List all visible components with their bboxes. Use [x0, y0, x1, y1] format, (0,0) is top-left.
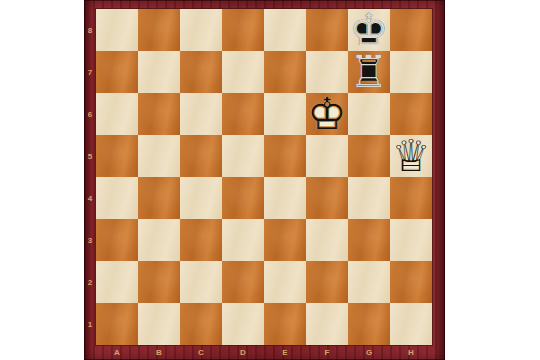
square-c4[interactable]	[180, 177, 222, 219]
square-b8[interactable]	[138, 9, 180, 51]
square-a7[interactable]	[96, 51, 138, 93]
page: ♚♔♜♖♚♔♛♕ 87654321 ABCDEFGH	[0, 0, 540, 360]
file-label-d: D	[222, 345, 264, 360]
rank-label-8: 8	[84, 9, 96, 51]
rank-label-4: 4	[84, 177, 96, 219]
square-c5[interactable]	[180, 135, 222, 177]
square-h8[interactable]	[390, 9, 432, 51]
square-b6[interactable]	[138, 93, 180, 135]
square-d6[interactable]	[222, 93, 264, 135]
square-g1[interactable]	[348, 303, 390, 345]
square-e5[interactable]	[264, 135, 306, 177]
square-e6[interactable]	[264, 93, 306, 135]
square-h5[interactable]: ♛♕	[390, 135, 432, 177]
square-c2[interactable]	[180, 261, 222, 303]
square-f5[interactable]	[306, 135, 348, 177]
rank-label-2: 2	[84, 261, 96, 303]
square-d3[interactable]	[222, 219, 264, 261]
square-f6[interactable]: ♚♔	[306, 93, 348, 135]
square-c7[interactable]	[180, 51, 222, 93]
square-c1[interactable]	[180, 303, 222, 345]
piece-outline-glyph: ♔	[306, 93, 348, 135]
square-a1[interactable]	[96, 303, 138, 345]
square-h7[interactable]	[390, 51, 432, 93]
square-c3[interactable]	[180, 219, 222, 261]
square-a3[interactable]	[96, 219, 138, 261]
rank-label-1: 1	[84, 303, 96, 345]
board-grid: ♚♔♜♖♚♔♛♕	[96, 9, 432, 345]
file-label-h: H	[390, 345, 432, 360]
square-h2[interactable]	[390, 261, 432, 303]
square-d7[interactable]	[222, 51, 264, 93]
file-label-g: G	[348, 345, 390, 360]
square-a8[interactable]	[96, 9, 138, 51]
square-f8[interactable]	[306, 9, 348, 51]
square-b5[interactable]	[138, 135, 180, 177]
square-g3[interactable]	[348, 219, 390, 261]
square-h3[interactable]	[390, 219, 432, 261]
square-g5[interactable]	[348, 135, 390, 177]
square-d1[interactable]	[222, 303, 264, 345]
piece-outline-glyph: ♔	[348, 9, 390, 51]
square-a2[interactable]	[96, 261, 138, 303]
file-label-a: A	[96, 345, 138, 360]
square-b3[interactable]	[138, 219, 180, 261]
chess-board: ♚♔♜♖♚♔♛♕ 87654321 ABCDEFGH	[84, 0, 445, 360]
square-b1[interactable]	[138, 303, 180, 345]
black-rook: ♜♖	[348, 51, 390, 93]
square-b7[interactable]	[138, 51, 180, 93]
rank-label-7: 7	[84, 51, 96, 93]
square-f4[interactable]	[306, 177, 348, 219]
square-e1[interactable]	[264, 303, 306, 345]
square-e2[interactable]	[264, 261, 306, 303]
square-e7[interactable]	[264, 51, 306, 93]
square-h6[interactable]	[390, 93, 432, 135]
square-g2[interactable]	[348, 261, 390, 303]
rank-label-3: 3	[84, 219, 96, 261]
square-a6[interactable]	[96, 93, 138, 135]
square-e4[interactable]	[264, 177, 306, 219]
square-f2[interactable]	[306, 261, 348, 303]
white-queen: ♛♕	[390, 135, 432, 177]
square-f7[interactable]	[306, 51, 348, 93]
square-f3[interactable]	[306, 219, 348, 261]
square-d2[interactable]	[222, 261, 264, 303]
square-h4[interactable]	[390, 177, 432, 219]
file-label-b: B	[138, 345, 180, 360]
square-d4[interactable]	[222, 177, 264, 219]
square-a4[interactable]	[96, 177, 138, 219]
square-c6[interactable]	[180, 93, 222, 135]
black-king: ♚♔	[348, 9, 390, 51]
rank-label-6: 6	[84, 93, 96, 135]
square-d8[interactable]	[222, 9, 264, 51]
file-label-c: C	[180, 345, 222, 360]
square-h1[interactable]	[390, 303, 432, 345]
square-f1[interactable]	[306, 303, 348, 345]
white-king: ♚♔	[306, 93, 348, 135]
square-c8[interactable]	[180, 9, 222, 51]
file-label-e: E	[264, 345, 306, 360]
square-g8[interactable]: ♚♔	[348, 9, 390, 51]
square-g6[interactable]	[348, 93, 390, 135]
square-g4[interactable]	[348, 177, 390, 219]
square-g7[interactable]: ♜♖	[348, 51, 390, 93]
square-b2[interactable]	[138, 261, 180, 303]
square-e8[interactable]	[264, 9, 306, 51]
square-b4[interactable]	[138, 177, 180, 219]
square-a5[interactable]	[96, 135, 138, 177]
piece-outline-glyph: ♖	[348, 51, 390, 93]
rank-label-5: 5	[84, 135, 96, 177]
file-label-f: F	[306, 345, 348, 360]
square-d5[interactable]	[222, 135, 264, 177]
square-e3[interactable]	[264, 219, 306, 261]
piece-outline-glyph: ♕	[390, 135, 432, 177]
